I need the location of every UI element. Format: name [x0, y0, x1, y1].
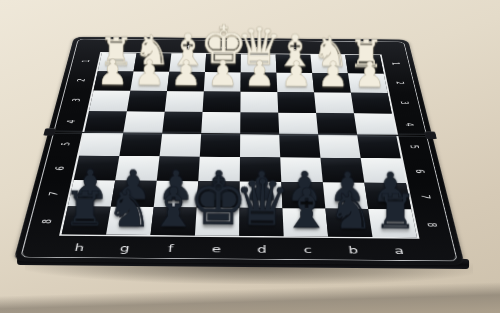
rank-label-left-2: 2: [62, 73, 102, 86]
square-g4: [123, 111, 164, 133]
square-b5: [318, 135, 360, 158]
product-photo: hgfedcba hgfedcba 12345678 12345678 ♜♞♝♚…: [0, 0, 500, 313]
square-d5: [240, 134, 280, 157]
square-h5: [79, 133, 123, 156]
rank-label-left-4: 4: [50, 114, 92, 129]
square-c8: ♝: [282, 208, 328, 236]
white-pawn-b2: ♟: [317, 57, 349, 92]
square-c4: [278, 113, 318, 135]
square-e2: ♟: [204, 72, 241, 92]
square-c2: ♟: [276, 73, 314, 93]
black-rook-a8: ♜: [373, 188, 416, 236]
black-knight-g8: ♞: [105, 183, 151, 235]
black-rook-h8: ♜: [63, 186, 106, 234]
board-tilt-wrapper: hgfedcba hgfedcba 12345678 12345678 ♜♞♝♚…: [0, 0, 500, 313]
square-d8: ♛: [239, 208, 283, 236]
square-c5: [279, 134, 320, 157]
white-pawn-d2: ♟: [243, 56, 275, 91]
square-e4: [201, 112, 240, 134]
playing-grid: ♜♞♝♚♛♝♞♜♟♟♟♟♟♟♟♟♟♟♟♟♟♟♟♟♜♞♝♚♛♝♞♜: [59, 52, 419, 239]
board-frame: hgfedcba hgfedcba 12345678 12345678 ♜♞♝♚…: [13, 37, 465, 266]
square-h8: ♜: [62, 206, 111, 234]
rank-label-left-3: 3: [56, 93, 97, 107]
black-bishop-c8: ♝: [281, 181, 330, 236]
square-a5: [357, 135, 401, 158]
white-pawn-g2: ♟: [133, 55, 165, 90]
chess-board-3d: hgfedcba hgfedcba 12345678 12345678 ♜♞♝♚…: [13, 37, 465, 266]
rank-label-right-3: 3: [384, 96, 425, 110]
rank-label-right-4: 4: [388, 117, 430, 132]
square-d4: [240, 112, 279, 134]
white-pawn-f2: ♟: [170, 56, 202, 91]
square-b2: ♟: [312, 73, 351, 93]
square-f4: [162, 112, 202, 134]
file-label-near-a: a: [375, 240, 424, 260]
square-a8: ♜: [368, 209, 417, 237]
square-e5: [200, 134, 240, 157]
rank-label-right-1: 1: [376, 57, 414, 69]
square-d2: ♟: [241, 72, 278, 92]
square-g5: [119, 133, 162, 156]
square-g8: ♞: [106, 207, 154, 235]
black-knight-b8: ♞: [327, 185, 373, 237]
rank-label-right-2: 2: [380, 76, 420, 89]
square-g2: ♟: [130, 71, 169, 91]
square-f5: [160, 133, 202, 156]
white-pawn-c2: ♟: [280, 57, 312, 92]
white-pawn-e2: ♟: [207, 56, 239, 91]
rank-label-left-1: 1: [67, 55, 106, 67]
square-b8: ♞: [325, 209, 372, 237]
square-f2: ♟: [167, 72, 205, 92]
